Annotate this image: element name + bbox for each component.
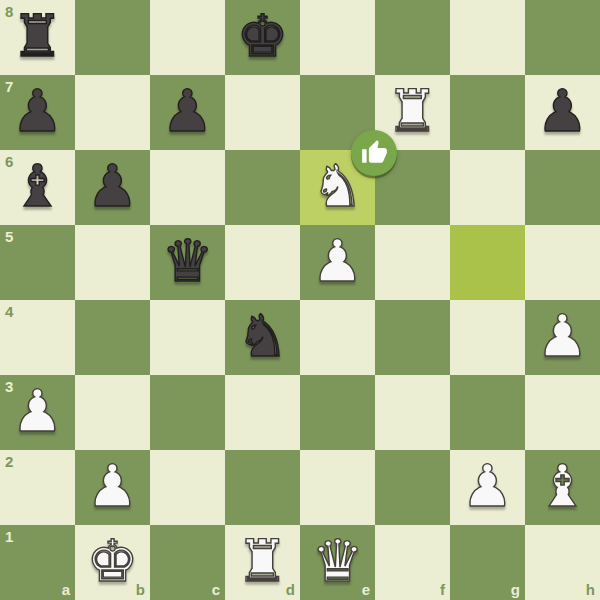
black-queen-c5[interactable]: ♛ bbox=[150, 225, 225, 300]
white-pawn-e5[interactable]: ♟ bbox=[300, 225, 375, 300]
rank-label-1: 1 bbox=[5, 529, 13, 544]
square-a4[interactable]: 4 bbox=[0, 300, 75, 375]
square-a2[interactable]: 2 bbox=[0, 450, 75, 525]
file-label-h: h bbox=[586, 582, 595, 597]
white-bishop-h2[interactable]: ♝ bbox=[525, 450, 600, 525]
square-f4[interactable] bbox=[375, 300, 450, 375]
square-b5[interactable] bbox=[75, 225, 150, 300]
white-king-b1[interactable]: ♚ bbox=[75, 525, 150, 600]
square-g1[interactable]: g bbox=[450, 525, 525, 600]
square-b3[interactable] bbox=[75, 375, 150, 450]
rank-label-2: 2 bbox=[5, 454, 13, 469]
square-c8[interactable] bbox=[150, 0, 225, 75]
black-king-d8[interactable]: ♚ bbox=[225, 0, 300, 75]
black-pawn-c7[interactable]: ♟ bbox=[150, 75, 225, 150]
file-label-c: c bbox=[212, 582, 220, 597]
square-c2[interactable] bbox=[150, 450, 225, 525]
square-b4[interactable] bbox=[75, 300, 150, 375]
white-pawn-b2[interactable]: ♟ bbox=[75, 450, 150, 525]
square-c6[interactable] bbox=[150, 150, 225, 225]
square-f1[interactable]: f bbox=[375, 525, 450, 600]
white-queen-e1[interactable]: ♛ bbox=[300, 525, 375, 600]
square-e3[interactable] bbox=[300, 375, 375, 450]
square-c1[interactable]: c bbox=[150, 525, 225, 600]
square-b8[interactable] bbox=[75, 0, 150, 75]
square-d2[interactable] bbox=[225, 450, 300, 525]
white-pawn-g2[interactable]: ♟ bbox=[450, 450, 525, 525]
square-a5[interactable]: 5 bbox=[0, 225, 75, 300]
square-h8[interactable] bbox=[525, 0, 600, 75]
square-g4[interactable] bbox=[450, 300, 525, 375]
square-h3[interactable] bbox=[525, 375, 600, 450]
square-c3[interactable] bbox=[150, 375, 225, 450]
square-g6[interactable] bbox=[450, 150, 525, 225]
square-a1[interactable]: 1a bbox=[0, 525, 75, 600]
square-d6[interactable] bbox=[225, 150, 300, 225]
square-e2[interactable] bbox=[300, 450, 375, 525]
white-rook-d1[interactable]: ♜ bbox=[225, 525, 300, 600]
black-pawn-a7[interactable]: ♟ bbox=[0, 75, 75, 150]
white-pawn-a3[interactable]: ♟ bbox=[0, 375, 75, 450]
square-c4[interactable] bbox=[150, 300, 225, 375]
black-pawn-b6[interactable]: ♟ bbox=[75, 150, 150, 225]
black-pawn-h7[interactable]: ♟ bbox=[525, 75, 600, 150]
square-f8[interactable] bbox=[375, 0, 450, 75]
black-knight-d4[interactable]: ♞ bbox=[225, 300, 300, 375]
square-g8[interactable] bbox=[450, 0, 525, 75]
square-g7[interactable] bbox=[450, 75, 525, 150]
square-f5[interactable] bbox=[375, 225, 450, 300]
square-g3[interactable] bbox=[450, 375, 525, 450]
file-label-f: f bbox=[440, 582, 445, 597]
move-quality-badge bbox=[351, 130, 397, 176]
rank-label-4: 4 bbox=[5, 304, 13, 319]
thumbs-up-icon bbox=[361, 141, 388, 166]
square-d5[interactable] bbox=[225, 225, 300, 300]
square-b7[interactable] bbox=[75, 75, 150, 150]
square-h1[interactable]: h bbox=[525, 525, 600, 600]
square-f2[interactable] bbox=[375, 450, 450, 525]
white-pawn-h4[interactable]: ♟ bbox=[525, 300, 600, 375]
square-f3[interactable] bbox=[375, 375, 450, 450]
square-g5[interactable] bbox=[450, 225, 525, 300]
square-d7[interactable] bbox=[225, 75, 300, 150]
square-e4[interactable] bbox=[300, 300, 375, 375]
black-bishop-a6[interactable]: ♝ bbox=[0, 150, 75, 225]
file-label-g: g bbox=[511, 582, 520, 597]
chess-board-wrap: 87654321abcdefgh ♜♚♟♟♜♟♝♟♞♛♟♞♟♟♟♟♝♚♜♛ bbox=[0, 0, 600, 600]
black-rook-a8[interactable]: ♜ bbox=[0, 0, 75, 75]
square-d3[interactable] bbox=[225, 375, 300, 450]
square-h6[interactable] bbox=[525, 150, 600, 225]
rank-label-5: 5 bbox=[5, 229, 13, 244]
square-h5[interactable] bbox=[525, 225, 600, 300]
square-e8[interactable] bbox=[300, 0, 375, 75]
file-label-a: a bbox=[62, 582, 70, 597]
